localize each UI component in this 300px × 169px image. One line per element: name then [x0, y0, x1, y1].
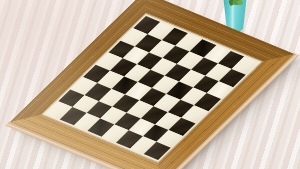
plant-leaf	[237, 0, 244, 6]
chess-board	[10, 0, 294, 169]
photo-scene	[0, 0, 300, 169]
plant	[228, 0, 244, 7]
